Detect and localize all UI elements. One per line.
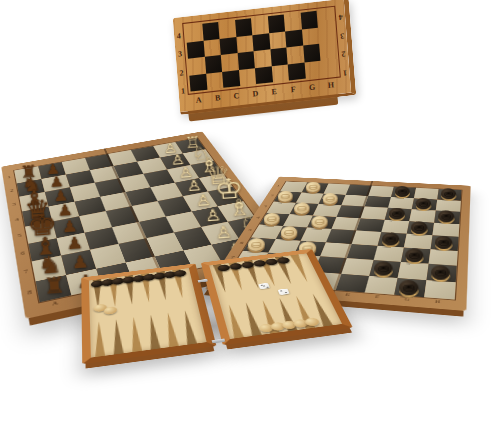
folded-board-square: [219, 37, 237, 55]
folded-board-square: [236, 35, 254, 53]
light-checker-piece: ⛀: [264, 212, 280, 224]
folded-board-square: [188, 57, 206, 75]
dark-checker-piece: ⛂: [388, 207, 405, 219]
folded-board-square: [286, 46, 304, 64]
backgammon-checker-light: [304, 317, 321, 327]
backgammon-checker-light: [270, 322, 287, 332]
checkers-square: [424, 280, 456, 300]
bg-tray-left: [81, 263, 216, 364]
checkers-square: ⛀: [276, 226, 307, 240]
folded-board-square: [300, 11, 318, 29]
folded-rank-label-rotated: 3: [337, 26, 347, 45]
folded-file-label: E: [264, 86, 284, 100]
folded-board-square: [221, 53, 239, 71]
checkers-square: [365, 276, 398, 295]
folded-board-square: [288, 62, 306, 80]
checkers-square: [429, 249, 458, 266]
folded-board-square: [187, 40, 205, 58]
light-checker-piece: ⛀: [294, 202, 310, 214]
folded-board-square: [269, 31, 287, 49]
folded-rank-label: 2: [176, 63, 186, 82]
folded-board-square: [271, 64, 289, 82]
backgammon-checker-light: [104, 306, 118, 315]
backgammon-checker-light: [258, 323, 274, 333]
folded-file-label: F: [283, 84, 303, 98]
folded-grid: [185, 9, 337, 92]
checkers-square: ⛂: [391, 187, 416, 198]
checkers-square: ⛂: [431, 235, 459, 251]
dark-checker-piece: ⛂: [434, 236, 453, 250]
white-pawn: ♙: [198, 208, 227, 224]
checkers-square: ⛂: [394, 278, 426, 298]
folded-rank-label: 4: [173, 26, 183, 45]
die-pip: [285, 292, 287, 293]
die-pip: [266, 286, 268, 287]
die-pip: [263, 285, 265, 286]
dark-checker-piece: ⛂: [437, 210, 454, 223]
folded-board-square: [254, 49, 272, 67]
backgammon-point: [94, 321, 105, 357]
backgammon-checker-light: [292, 319, 309, 329]
backgammon-point: [225, 304, 244, 338]
checkers-square: ⛂: [407, 221, 434, 235]
folded-board-square: [203, 38, 221, 56]
checkers-square: ⛂: [426, 264, 456, 282]
dark-checker-piece: ⛂: [430, 265, 450, 280]
light-checker-piece: ⛀: [278, 190, 293, 201]
folded-file-label: H: [321, 80, 341, 94]
folded-board-square: [251, 16, 269, 34]
backgammon-point: [241, 302, 261, 336]
backgammon-point: [290, 254, 311, 282]
folded-rank-label: 3: [175, 45, 185, 64]
folded-board-square: [235, 18, 253, 36]
backgammon-point: [146, 314, 160, 349]
backgammon-point: [258, 300, 279, 334]
die: [278, 289, 290, 296]
checkers-square: [352, 231, 382, 246]
backgammon-set: [76, 240, 351, 380]
dark-checker-piece: ⛂: [374, 261, 393, 276]
checkers-square: [356, 218, 385, 232]
backgammon-point: [112, 319, 124, 355]
folded-rank-label-rotated: 2: [338, 45, 348, 64]
checkers-square: [347, 244, 378, 260]
folded-board-square: [303, 44, 321, 62]
checkers-square: [374, 246, 404, 262]
folded-board-square: [252, 33, 270, 51]
folded-board-square: [237, 51, 255, 69]
product-photo-scene: ABCDEFGH 4321 4321 ♜♟♙♖♞♟♙♘♝♟♙♗♛♟♙♕♚♟♙♔♝…: [0, 0, 500, 423]
dark-checker-piece: ⛂: [440, 188, 456, 200]
folded-board-square: [202, 22, 220, 40]
die-pip: [280, 290, 282, 291]
dark-checker-piece: ⛂: [415, 197, 432, 209]
die: [258, 283, 270, 289]
dark-checker-piece: ⛂: [394, 186, 410, 197]
checkers-square: [251, 225, 283, 239]
folded-board-square: [304, 60, 322, 78]
folded-board-square: [255, 66, 273, 84]
white-pawn: ♙: [208, 224, 238, 241]
folded-board-square: [238, 68, 256, 86]
backgammon-point: [181, 310, 197, 345]
black-rook: ♜: [38, 276, 71, 298]
dark-checker-piece: ⛂: [410, 221, 428, 234]
folded-rank-label-rotated: 4: [335, 8, 345, 27]
folded-board-square: [222, 70, 240, 88]
backgammon-case: [81, 249, 353, 364]
light-checker-piece: ⛀: [306, 181, 321, 192]
folded-file-label: G: [302, 82, 322, 96]
dark-checker-piece: ⛂: [382, 232, 400, 246]
checkers-square: [361, 207, 388, 220]
backgammon-point: [163, 312, 178, 347]
backgammon-checker-light: [281, 320, 298, 330]
checkers-square: [381, 220, 409, 234]
folded-board-square: [206, 71, 224, 89]
backgammon-point: [129, 316, 142, 352]
folded-board-square: [285, 29, 303, 47]
checkers-square: ⛀: [259, 213, 289, 226]
folded-board-square: [284, 13, 302, 31]
folded-rank-label-rotated: 1: [340, 63, 350, 82]
folded-board-square: [301, 27, 319, 45]
black-pawn: ♟: [55, 218, 84, 234]
backgammon-point: [275, 297, 297, 331]
folded-board-square: [267, 15, 285, 33]
chess-set: ♜♟♙♖♞♟♙♘♝♟♙♗♛♟♙♕♚♟♙♔♝♟♙♗♞♟♙♘♜♟♙♖ ABCDEFG…: [6, 92, 262, 252]
light-checker-piece: ⛀: [323, 193, 338, 205]
backgammon-checker-dark: [173, 269, 187, 277]
dark-checker-piece: ⛂: [398, 279, 419, 295]
chess-square: ♜: [36, 275, 72, 303]
folded-board-square: [189, 73, 207, 91]
dark-checker-piece: ⛂: [405, 248, 424, 262]
folded-board-square: [185, 24, 203, 42]
checkers-file-label: G: [391, 296, 423, 306]
light-checker-piece: ⛀: [312, 215, 328, 228]
folded-board-square: [204, 55, 222, 73]
light-checker-piece: ⛀: [280, 226, 297, 239]
backgammon-point: [292, 295, 315, 329]
checkers-square: ⛂: [434, 211, 460, 224]
backgammon-point: [308, 293, 332, 326]
folded-board-square: [218, 20, 236, 38]
folded-board-square: [270, 47, 288, 65]
bg-tray-right: [201, 249, 353, 345]
